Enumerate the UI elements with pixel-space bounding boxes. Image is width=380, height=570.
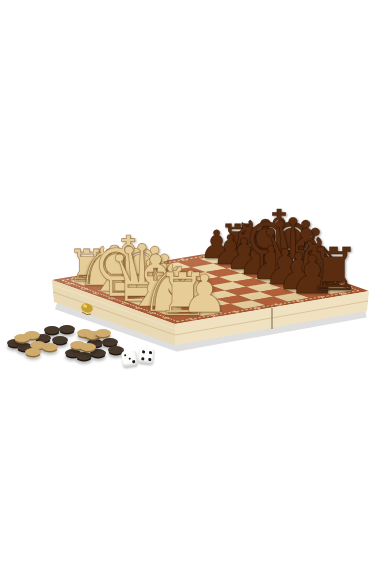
board-box-underlay <box>0 0 380 570</box>
product-photo-chess-set: hh11gg22ff33ee44dd55cc66bb77aa88 ♜♞♝♛♚♝♞… <box>0 0 380 570</box>
